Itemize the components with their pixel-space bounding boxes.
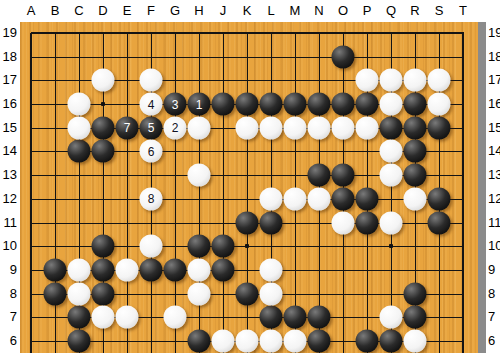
stone-white-M15[interactable] xyxy=(284,116,307,139)
stone-black-C7[interactable] xyxy=(68,306,91,329)
stone-white-P17[interactable] xyxy=(356,69,379,92)
stone-black-O12[interactable] xyxy=(332,187,355,210)
stone-white-L12[interactable] xyxy=(260,187,283,210)
stone-black-Q15[interactable] xyxy=(380,116,403,139)
grid-hline-12 xyxy=(31,199,464,200)
col-label-O: O xyxy=(331,3,355,18)
stone-white-N15[interactable] xyxy=(308,116,331,139)
stone-black-P12[interactable] xyxy=(356,187,379,210)
stone-white-N12[interactable] xyxy=(308,187,331,210)
stone-black-P16[interactable] xyxy=(356,93,379,116)
stone-black-R7[interactable] xyxy=(404,306,427,329)
stone-black-F9[interactable] xyxy=(140,258,163,281)
stone-white-J6[interactable] xyxy=(212,329,235,352)
stone-black-K8[interactable] xyxy=(236,282,259,305)
stone-black-S15[interactable] xyxy=(428,116,451,139)
row-label-left-9: 9 xyxy=(0,262,17,278)
col-label-H: H xyxy=(187,3,211,18)
stone-white-M12[interactable] xyxy=(284,187,307,210)
stone-black-D15[interactable] xyxy=(92,116,115,139)
star-point-Q10 xyxy=(389,244,393,248)
row-label-right-6: 6 xyxy=(488,333,500,349)
stone-white-C15[interactable] xyxy=(68,116,91,139)
stone-black-Q6[interactable] xyxy=(380,329,403,352)
stone-black-P11[interactable] xyxy=(356,211,379,234)
col-label-E: E xyxy=(115,3,139,18)
stone-white-D17[interactable] xyxy=(92,69,115,92)
stone-black-K11[interactable] xyxy=(236,211,259,234)
stone-white-F16[interactable]: 4 xyxy=(140,93,163,116)
stone-black-C6[interactable] xyxy=(68,329,91,352)
stone-black-R15[interactable] xyxy=(404,116,427,139)
stone-white-Q13[interactable] xyxy=(380,164,403,187)
stone-white-H9[interactable] xyxy=(188,258,211,281)
stone-white-H15[interactable] xyxy=(188,116,211,139)
stone-black-N6[interactable] xyxy=(308,329,331,352)
grid-hline-18 xyxy=(31,57,464,58)
board-right-edge-shadow xyxy=(478,22,486,353)
stone-black-R16[interactable] xyxy=(404,93,427,116)
col-label-B: B xyxy=(43,3,67,18)
stone-white-Q7[interactable] xyxy=(380,306,403,329)
stone-black-M16[interactable] xyxy=(284,93,307,116)
stone-black-L7[interactable] xyxy=(260,306,283,329)
stone-black-K16[interactable] xyxy=(236,93,259,116)
move-number-6: 6 xyxy=(148,145,155,157)
stone-white-F12[interactable]: 8 xyxy=(140,187,163,210)
row-label-right-18: 18 xyxy=(488,49,500,65)
row-label-left-15: 15 xyxy=(0,120,17,136)
stone-black-G9[interactable] xyxy=(164,258,187,281)
row-label-left-14: 14 xyxy=(0,143,17,159)
col-label-R: R xyxy=(403,3,427,18)
stone-white-L15[interactable] xyxy=(260,116,283,139)
row-label-left-16: 16 xyxy=(0,96,17,112)
stone-white-D7[interactable] xyxy=(92,306,115,329)
row-label-right-8: 8 xyxy=(488,286,500,302)
col-label-G: G xyxy=(163,3,187,18)
stone-black-C14[interactable] xyxy=(68,140,91,163)
stone-black-H6[interactable] xyxy=(188,329,211,352)
col-label-K: K xyxy=(235,3,259,18)
stone-black-R14[interactable] xyxy=(404,140,427,163)
star-point-K10 xyxy=(245,244,249,248)
row-label-right-15: 15 xyxy=(488,120,500,136)
stone-white-Q11[interactable] xyxy=(380,211,403,234)
col-label-T: T xyxy=(451,3,475,18)
row-label-left-17: 17 xyxy=(0,72,17,88)
stone-white-L8[interactable] xyxy=(260,282,283,305)
row-label-left-12: 12 xyxy=(0,191,17,207)
row-label-left-11: 11 xyxy=(0,215,17,231)
row-label-left-8: 8 xyxy=(0,286,17,302)
move-number-5: 5 xyxy=(148,122,155,134)
stone-black-D9[interactable] xyxy=(92,258,115,281)
stone-black-O16[interactable] xyxy=(332,93,355,116)
col-label-N: N xyxy=(307,3,331,18)
col-label-A: A xyxy=(19,3,43,18)
stone-white-C8[interactable] xyxy=(68,282,91,305)
stone-black-J10[interactable] xyxy=(212,235,235,258)
move-number-4: 4 xyxy=(148,98,155,110)
stone-white-H13[interactable] xyxy=(188,164,211,187)
stone-black-L11[interactable] xyxy=(260,211,283,234)
stone-black-D10[interactable] xyxy=(92,235,115,258)
stone-white-F10[interactable] xyxy=(140,235,163,258)
stone-white-H8[interactable] xyxy=(188,282,211,305)
row-label-right-16: 16 xyxy=(488,96,500,112)
stone-white-K15[interactable] xyxy=(236,116,259,139)
stone-white-E7[interactable] xyxy=(116,306,139,329)
stone-black-B8[interactable] xyxy=(44,282,67,305)
row-label-left-19: 19 xyxy=(0,25,17,41)
col-label-D: D xyxy=(91,3,115,18)
stone-black-L16[interactable] xyxy=(260,93,283,116)
row-label-left-6: 6 xyxy=(0,333,17,349)
stone-white-G7[interactable] xyxy=(164,306,187,329)
stone-white-L9[interactable] xyxy=(260,258,283,281)
grid-hline-19 xyxy=(31,32,464,34)
stone-black-R8[interactable] xyxy=(404,282,427,305)
row-label-right-9: 9 xyxy=(488,262,500,278)
stone-white-Q17[interactable] xyxy=(380,69,403,92)
stone-white-O15[interactable] xyxy=(332,116,355,139)
stone-black-D8[interactable] xyxy=(92,282,115,305)
stone-black-N7[interactable] xyxy=(308,306,331,329)
col-label-L: L xyxy=(259,3,283,18)
stone-white-R12[interactable] xyxy=(404,187,427,210)
go-board-window: ABCDEFGHJKLMNOPQRST191918181717161615151… xyxy=(0,0,500,353)
stone-white-G15[interactable]: 2 xyxy=(164,116,187,139)
stone-black-S12[interactable] xyxy=(428,187,451,210)
move-number-8: 8 xyxy=(148,193,155,205)
row-label-left-13: 13 xyxy=(0,167,17,183)
col-label-C: C xyxy=(67,3,91,18)
row-label-left-18: 18 xyxy=(0,49,17,65)
stone-white-C9[interactable] xyxy=(68,258,91,281)
move-number-2: 2 xyxy=(172,122,179,134)
stone-black-E15[interactable]: 7 xyxy=(116,116,139,139)
stone-white-R6[interactable] xyxy=(404,329,427,352)
move-number-3: 3 xyxy=(172,98,179,110)
stone-white-M6[interactable] xyxy=(284,329,307,352)
row-label-left-10: 10 xyxy=(0,238,17,254)
stone-white-F17[interactable] xyxy=(140,69,163,92)
col-label-S: S xyxy=(427,3,451,18)
row-label-right-11: 11 xyxy=(488,215,500,231)
stone-white-K6[interactable] xyxy=(236,329,259,352)
stone-white-O11[interactable] xyxy=(332,211,355,234)
col-label-Q: Q xyxy=(379,3,403,18)
row-label-right-17: 17 xyxy=(488,72,500,88)
stone-white-S17[interactable] xyxy=(428,69,451,92)
move-number-7: 7 xyxy=(124,122,131,134)
row-label-right-10: 10 xyxy=(488,238,500,254)
col-label-J: J xyxy=(211,3,235,18)
stone-black-G16[interactable]: 3 xyxy=(164,93,187,116)
stone-black-O13[interactable] xyxy=(332,164,355,187)
stone-black-J16[interactable] xyxy=(212,93,235,116)
row-label-right-12: 12 xyxy=(488,191,500,207)
stone-white-L6[interactable] xyxy=(260,329,283,352)
row-label-left-7: 7 xyxy=(0,309,17,325)
stone-black-P6[interactable] xyxy=(356,329,379,352)
stone-white-Q16[interactable] xyxy=(380,93,403,116)
stone-white-S16[interactable] xyxy=(428,93,451,116)
stone-black-M7[interactable] xyxy=(284,306,307,329)
row-label-right-7: 7 xyxy=(488,309,500,325)
stone-white-F14[interactable]: 6 xyxy=(140,140,163,163)
star-point-D16 xyxy=(101,102,105,106)
stone-black-J9[interactable] xyxy=(212,258,235,281)
col-label-M: M xyxy=(283,3,307,18)
stone-white-R17[interactable] xyxy=(404,69,427,92)
stone-black-R13[interactable] xyxy=(404,164,427,187)
row-label-right-14: 14 xyxy=(488,143,500,159)
col-label-F: F xyxy=(139,3,163,18)
row-label-right-19: 19 xyxy=(488,25,500,41)
stone-black-S11[interactable] xyxy=(428,211,451,234)
stone-white-P15[interactable] xyxy=(356,116,379,139)
col-label-P: P xyxy=(355,3,379,18)
stone-white-Q14[interactable] xyxy=(380,140,403,163)
stone-black-B9[interactable] xyxy=(44,258,67,281)
move-number-1: 1 xyxy=(196,98,203,110)
stone-black-D14[interactable] xyxy=(92,140,115,163)
row-label-right-13: 13 xyxy=(488,167,500,183)
stone-black-N13[interactable] xyxy=(308,164,331,187)
stone-white-E9[interactable] xyxy=(116,258,139,281)
stone-black-F15[interactable]: 5 xyxy=(140,116,163,139)
stone-black-H16[interactable]: 1 xyxy=(188,93,211,116)
stone-black-N16[interactable] xyxy=(308,93,331,116)
stone-black-H10[interactable] xyxy=(188,235,211,258)
stone-white-C16[interactable] xyxy=(68,93,91,116)
stone-black-O18[interactable] xyxy=(332,45,355,68)
